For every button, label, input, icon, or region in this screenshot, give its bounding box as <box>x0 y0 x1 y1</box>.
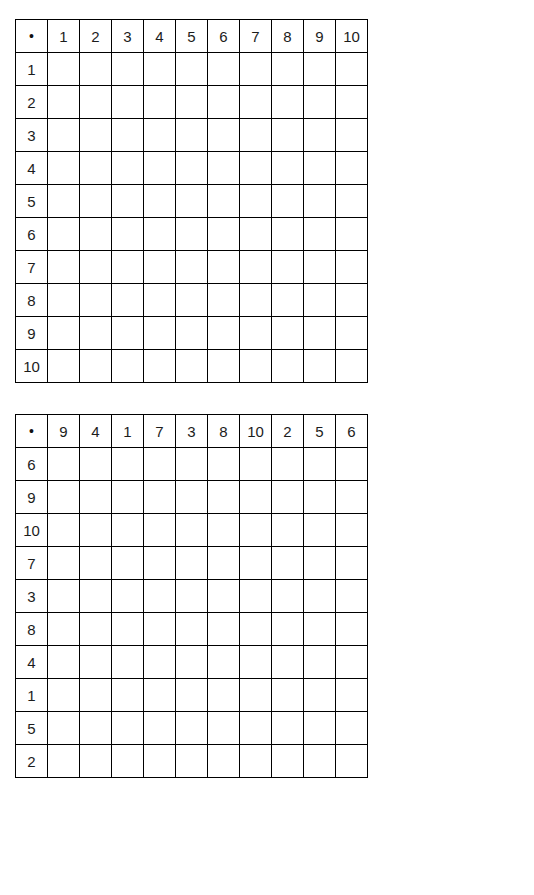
answer-cell <box>208 251 240 284</box>
row-header-cell: 6 <box>16 218 48 251</box>
answer-cell <box>304 284 336 317</box>
answer-cell <box>240 284 272 317</box>
answer-cell <box>176 745 208 778</box>
answer-cell <box>48 284 80 317</box>
answer-cell <box>304 350 336 383</box>
answer-cell <box>80 514 112 547</box>
answer-cell <box>272 547 304 580</box>
answer-cell <box>144 580 176 613</box>
answer-cell <box>208 448 240 481</box>
row-header-cell: 7 <box>16 251 48 284</box>
answer-cell <box>112 679 144 712</box>
answer-cell <box>48 53 80 86</box>
operator-dot: • <box>16 20 48 53</box>
answer-cell <box>144 53 176 86</box>
answer-cell <box>144 481 176 514</box>
answer-cell <box>112 218 144 251</box>
answer-cell <box>336 580 368 613</box>
answer-cell <box>208 679 240 712</box>
col-header-cell: 2 <box>80 20 112 53</box>
answer-cell <box>304 679 336 712</box>
answer-cell <box>240 745 272 778</box>
answer-cell <box>80 745 112 778</box>
answer-cell <box>304 448 336 481</box>
answer-cell <box>48 679 80 712</box>
answer-cell <box>144 745 176 778</box>
answer-cell <box>240 580 272 613</box>
answer-cell <box>272 152 304 185</box>
answer-cell <box>80 448 112 481</box>
multiplication-table-ordered: •1234567891012345678910 <box>15 19 368 383</box>
answer-cell <box>272 613 304 646</box>
answer-cell <box>144 514 176 547</box>
answer-cell <box>80 547 112 580</box>
answer-cell <box>176 317 208 350</box>
answer-cell <box>112 251 144 284</box>
answer-cell <box>208 152 240 185</box>
answer-cell <box>80 580 112 613</box>
col-header-cell: 3 <box>176 415 208 448</box>
answer-cell <box>176 350 208 383</box>
answer-cell <box>176 86 208 119</box>
row-header-cell: 7 <box>16 547 48 580</box>
answer-cell <box>176 580 208 613</box>
answer-cell <box>208 580 240 613</box>
answer-cell <box>208 712 240 745</box>
answer-cell <box>240 481 272 514</box>
answer-cell <box>336 185 368 218</box>
answer-cell <box>144 317 176 350</box>
answer-cell <box>80 185 112 218</box>
answer-cell <box>176 646 208 679</box>
answer-cell <box>304 547 336 580</box>
answer-cell <box>48 613 80 646</box>
row-header-cell: 2 <box>16 86 48 119</box>
answer-cell <box>144 119 176 152</box>
answer-cell <box>48 481 80 514</box>
answer-cell <box>144 185 176 218</box>
answer-cell <box>80 284 112 317</box>
answer-cell <box>112 119 144 152</box>
answer-cell <box>48 350 80 383</box>
answer-cell <box>240 514 272 547</box>
answer-cell <box>144 448 176 481</box>
col-header-cell: 5 <box>176 20 208 53</box>
answer-cell <box>240 185 272 218</box>
answer-cell <box>272 218 304 251</box>
answer-cell <box>272 251 304 284</box>
answer-cell <box>208 514 240 547</box>
answer-cell <box>336 613 368 646</box>
answer-cell <box>176 251 208 284</box>
answer-cell <box>304 152 336 185</box>
col-header-cell: 1 <box>112 415 144 448</box>
answer-cell <box>208 317 240 350</box>
answer-cell <box>304 218 336 251</box>
col-header-cell: 4 <box>144 20 176 53</box>
answer-cell <box>144 284 176 317</box>
answer-cell <box>272 580 304 613</box>
answer-cell <box>48 547 80 580</box>
row-header-cell: 2 <box>16 745 48 778</box>
answer-cell <box>80 53 112 86</box>
answer-cell <box>144 86 176 119</box>
col-header-cell: 3 <box>112 20 144 53</box>
answer-cell <box>304 514 336 547</box>
answer-cell <box>176 679 208 712</box>
answer-cell <box>48 712 80 745</box>
answer-cell <box>240 317 272 350</box>
answer-cell <box>304 580 336 613</box>
row-header-cell: 4 <box>16 152 48 185</box>
answer-cell <box>48 152 80 185</box>
answer-cell <box>304 317 336 350</box>
answer-cell <box>176 514 208 547</box>
answer-cell <box>176 152 208 185</box>
col-header-cell: 4 <box>80 415 112 448</box>
answer-cell <box>112 547 144 580</box>
operator-dot: • <box>16 415 48 448</box>
row-header-cell: 8 <box>16 284 48 317</box>
answer-cell <box>48 86 80 119</box>
answer-cell <box>336 514 368 547</box>
row-header-cell: 9 <box>16 317 48 350</box>
answer-cell <box>272 185 304 218</box>
answer-cell <box>112 745 144 778</box>
answer-cell <box>80 86 112 119</box>
answer-cell <box>272 119 304 152</box>
col-header-cell: 10 <box>336 20 368 53</box>
answer-cell <box>112 613 144 646</box>
answer-cell <box>208 218 240 251</box>
answer-cell <box>336 251 368 284</box>
answer-cell <box>112 317 144 350</box>
answer-cell <box>48 580 80 613</box>
answer-cell <box>336 152 368 185</box>
answer-cell <box>272 712 304 745</box>
row-header-cell: 5 <box>16 712 48 745</box>
answer-cell <box>112 350 144 383</box>
answer-cell <box>80 218 112 251</box>
answer-cell <box>272 284 304 317</box>
answer-cell <box>304 119 336 152</box>
answer-cell <box>272 448 304 481</box>
answer-cell <box>336 481 368 514</box>
row-header-cell: 3 <box>16 580 48 613</box>
answer-cell <box>80 679 112 712</box>
answer-cell <box>336 53 368 86</box>
answer-cell <box>304 86 336 119</box>
answer-cell <box>48 448 80 481</box>
answer-cell <box>272 53 304 86</box>
worksheet-page: •1234567891012345678910 •941738102566910… <box>0 0 534 895</box>
answer-cell <box>144 547 176 580</box>
answer-cell <box>336 218 368 251</box>
answer-cell <box>176 53 208 86</box>
answer-cell <box>208 481 240 514</box>
answer-cell <box>208 745 240 778</box>
col-header-cell: 2 <box>272 415 304 448</box>
answer-cell <box>112 152 144 185</box>
answer-cell <box>240 646 272 679</box>
answer-cell <box>336 547 368 580</box>
col-header-cell: 7 <box>144 415 176 448</box>
answer-cell <box>304 251 336 284</box>
answer-cell <box>48 218 80 251</box>
answer-cell <box>112 514 144 547</box>
answer-cell <box>272 86 304 119</box>
answer-cell <box>112 712 144 745</box>
answer-cell <box>48 646 80 679</box>
row-header-cell: 8 <box>16 613 48 646</box>
col-header-cell: 8 <box>208 415 240 448</box>
answer-cell <box>208 284 240 317</box>
answer-cell <box>176 185 208 218</box>
answer-cell <box>80 119 112 152</box>
answer-cell <box>272 481 304 514</box>
answer-cell <box>144 218 176 251</box>
answer-cell <box>80 317 112 350</box>
answer-cell <box>80 712 112 745</box>
answer-cell <box>176 613 208 646</box>
answer-cell <box>240 613 272 646</box>
answer-cell <box>240 679 272 712</box>
row-header-cell: 1 <box>16 53 48 86</box>
answer-cell <box>304 646 336 679</box>
answer-cell <box>240 448 272 481</box>
answer-cell <box>144 350 176 383</box>
answer-cell <box>80 251 112 284</box>
answer-cell <box>208 613 240 646</box>
answer-cell <box>112 86 144 119</box>
answer-cell <box>336 86 368 119</box>
row-header-cell: 10 <box>16 514 48 547</box>
col-header-cell: 7 <box>240 20 272 53</box>
answer-cell <box>112 646 144 679</box>
answer-cell <box>144 152 176 185</box>
row-header-cell: 9 <box>16 481 48 514</box>
answer-cell <box>336 317 368 350</box>
col-header-cell: 6 <box>336 415 368 448</box>
row-header-cell: 5 <box>16 185 48 218</box>
col-header-cell: 6 <box>208 20 240 53</box>
answer-cell <box>112 481 144 514</box>
answer-cell <box>208 350 240 383</box>
answer-cell <box>176 712 208 745</box>
answer-cell <box>112 284 144 317</box>
answer-cell <box>272 350 304 383</box>
answer-cell <box>176 448 208 481</box>
answer-cell <box>144 251 176 284</box>
col-header-cell: 9 <box>48 415 80 448</box>
answer-cell <box>208 547 240 580</box>
answer-cell <box>48 119 80 152</box>
answer-cell <box>240 547 272 580</box>
answer-cell <box>144 613 176 646</box>
answer-cell <box>240 152 272 185</box>
answer-cell <box>304 53 336 86</box>
answer-cell <box>208 646 240 679</box>
col-header-cell: 5 <box>304 415 336 448</box>
answer-cell <box>240 86 272 119</box>
answer-cell <box>208 86 240 119</box>
answer-cell <box>48 317 80 350</box>
multiplication-table-shuffled: •9417381025669107384152 <box>15 414 368 778</box>
answer-cell <box>208 53 240 86</box>
answer-cell <box>336 712 368 745</box>
answer-cell <box>48 185 80 218</box>
answer-cell <box>336 646 368 679</box>
answer-cell <box>240 251 272 284</box>
row-header-cell: 10 <box>16 350 48 383</box>
answer-cell <box>48 514 80 547</box>
row-header-cell: 1 <box>16 679 48 712</box>
row-header-cell: 6 <box>16 448 48 481</box>
answer-cell <box>48 251 80 284</box>
answer-cell <box>336 284 368 317</box>
answer-cell <box>336 448 368 481</box>
answer-cell <box>272 317 304 350</box>
answer-cell <box>176 218 208 251</box>
answer-cell <box>80 350 112 383</box>
answer-cell <box>112 53 144 86</box>
answer-cell <box>144 679 176 712</box>
col-header-cell: 10 <box>240 415 272 448</box>
answer-cell <box>240 119 272 152</box>
answer-cell <box>112 185 144 218</box>
answer-cell <box>208 119 240 152</box>
answer-cell <box>80 613 112 646</box>
answer-cell <box>336 119 368 152</box>
answer-cell <box>80 646 112 679</box>
answer-cell <box>80 152 112 185</box>
col-header-cell: 8 <box>272 20 304 53</box>
answer-cell <box>336 745 368 778</box>
answer-cell <box>272 745 304 778</box>
answer-cell <box>112 448 144 481</box>
answer-cell <box>272 646 304 679</box>
row-header-cell: 3 <box>16 119 48 152</box>
answer-cell <box>272 679 304 712</box>
col-header-cell: 9 <box>304 20 336 53</box>
answer-cell <box>144 712 176 745</box>
answer-cell <box>272 514 304 547</box>
col-header-cell: 1 <box>48 20 80 53</box>
answer-cell <box>240 53 272 86</box>
answer-cell <box>336 679 368 712</box>
answer-cell <box>176 481 208 514</box>
answer-cell <box>304 481 336 514</box>
answer-cell <box>176 119 208 152</box>
answer-cell <box>336 350 368 383</box>
answer-cell <box>48 745 80 778</box>
answer-cell <box>240 712 272 745</box>
answer-cell <box>112 580 144 613</box>
answer-cell <box>208 185 240 218</box>
answer-cell <box>304 745 336 778</box>
row-header-cell: 4 <box>16 646 48 679</box>
answer-cell <box>80 481 112 514</box>
answer-cell <box>240 350 272 383</box>
answer-cell <box>176 284 208 317</box>
answer-cell <box>304 712 336 745</box>
answer-cell <box>176 547 208 580</box>
answer-cell <box>304 185 336 218</box>
answer-cell <box>144 646 176 679</box>
answer-cell <box>304 613 336 646</box>
answer-cell <box>240 218 272 251</box>
